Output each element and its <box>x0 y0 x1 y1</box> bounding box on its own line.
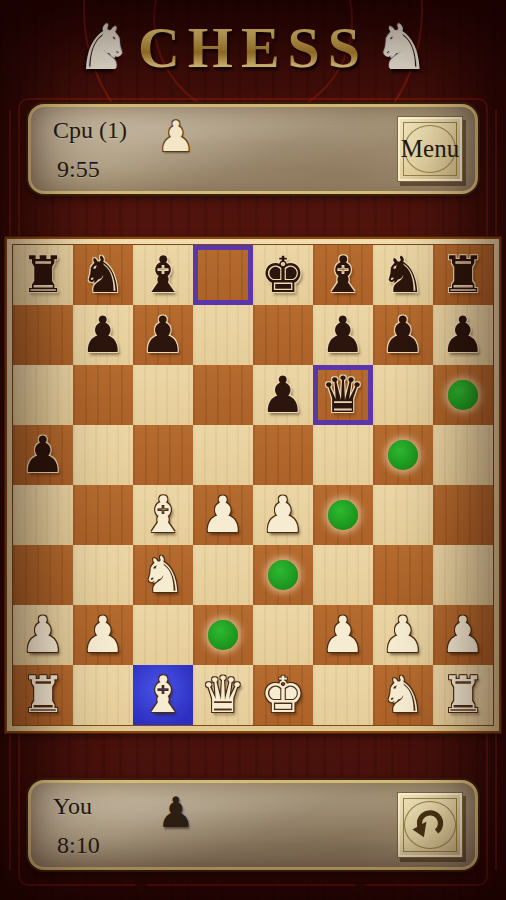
menu-button-label: Menu <box>401 135 459 163</box>
square-a5[interactable]: ♟ <box>13 425 73 485</box>
square-b6[interactable] <box>73 365 133 425</box>
square-g5[interactable] <box>373 425 433 485</box>
legal-move-dot[interactable] <box>208 620 238 650</box>
piece-black-pawn: ♟ <box>21 426 66 484</box>
square-c5[interactable] <box>133 425 193 485</box>
square-d3[interactable] <box>193 545 253 605</box>
square-f6[interactable]: ♛ <box>313 365 373 425</box>
piece-black-pawn: ♟ <box>381 306 426 364</box>
square-c8[interactable]: ♝ <box>133 245 193 305</box>
app-header: ♞ CHESS ♞ <box>0 0 506 96</box>
piece-white-pawn: ♟ <box>441 606 486 664</box>
square-d8[interactable] <box>193 245 253 305</box>
square-f8[interactable]: ♝ <box>313 245 373 305</box>
square-h7[interactable]: ♟ <box>433 305 493 365</box>
square-h2[interactable]: ♟ <box>433 605 493 665</box>
piece-black-queen: ♛ <box>321 366 366 424</box>
square-b3[interactable] <box>73 545 133 605</box>
square-e6[interactable]: ♟ <box>253 365 313 425</box>
piece-white-pawn: ♟ <box>381 606 426 664</box>
app-screen: ♞ CHESS ♞ Cpu (1) ♟ 9:55 Menu ♜♞♝♚♝♞♜♟♟♟… <box>0 0 506 900</box>
square-d7[interactable] <box>193 305 253 365</box>
piece-white-pawn: ♟ <box>261 486 306 544</box>
square-c7[interactable]: ♟ <box>133 305 193 365</box>
square-e7[interactable] <box>253 305 313 365</box>
square-c6[interactable] <box>133 365 193 425</box>
square-d2[interactable] <box>193 605 253 665</box>
legal-move-dot[interactable] <box>328 500 358 530</box>
piece-white-bishop: ♝ <box>141 486 186 544</box>
pawn-icon: ♟ <box>157 109 195 165</box>
square-h6[interactable] <box>433 365 493 425</box>
piece-white-pawn: ♟ <box>21 606 66 664</box>
piece-black-bishop: ♝ <box>141 246 186 304</box>
square-a8[interactable]: ♜ <box>13 245 73 305</box>
legal-move-dot[interactable] <box>448 380 478 410</box>
square-b5[interactable] <box>73 425 133 485</box>
square-d4[interactable]: ♟ <box>193 485 253 545</box>
menu-button[interactable]: Menu <box>397 116 463 182</box>
player-name: You <box>53 793 92 820</box>
square-a4[interactable] <box>13 485 73 545</box>
square-h8[interactable]: ♜ <box>433 245 493 305</box>
square-e1[interactable]: ♚ <box>253 665 313 725</box>
chess-board: ♜♞♝♚♝♞♜♟♟♟♟♟♟♛♟♝♟♟♞♟♟♟♟♟♜♝♛♚♞♜ <box>13 245 493 725</box>
square-a6[interactable] <box>13 365 73 425</box>
opponent-panel: Cpu (1) ♟ 9:55 Menu <box>28 104 478 194</box>
piece-black-knight: ♞ <box>81 246 126 304</box>
square-c1[interactable]: ♝ <box>133 665 193 725</box>
app-title: CHESS <box>138 3 368 93</box>
square-f2[interactable]: ♟ <box>313 605 373 665</box>
piece-white-pawn: ♟ <box>321 606 366 664</box>
opponent-clock: 9:55 <box>57 156 100 183</box>
square-g6[interactable] <box>373 365 433 425</box>
piece-white-rook: ♜ <box>441 666 486 724</box>
undo-arrow-icon <box>409 804 451 846</box>
piece-white-rook: ♜ <box>21 666 66 724</box>
legal-move-dot[interactable] <box>268 560 298 590</box>
piece-white-knight: ♞ <box>141 546 186 604</box>
square-e8[interactable]: ♚ <box>253 245 313 305</box>
square-a2[interactable]: ♟ <box>13 605 73 665</box>
knight-head-icon: ♞ <box>374 6 430 90</box>
square-b7[interactable]: ♟ <box>73 305 133 365</box>
chess-board-frame: ♜♞♝♚♝♞♜♟♟♟♟♟♟♛♟♝♟♟♞♟♟♟♟♟♜♝♛♚♞♜ <box>5 237 501 733</box>
player-panel: You ♟ 8:10 <box>28 780 478 870</box>
square-a3[interactable] <box>13 545 73 605</box>
square-a1[interactable]: ♜ <box>13 665 73 725</box>
square-a7[interactable] <box>13 305 73 365</box>
piece-white-queen: ♛ <box>201 666 246 724</box>
square-e4[interactable]: ♟ <box>253 485 313 545</box>
square-h5[interactable] <box>433 425 493 485</box>
square-f4[interactable] <box>313 485 373 545</box>
square-h1[interactable]: ♜ <box>433 665 493 725</box>
opponent-name: Cpu (1) <box>53 117 127 144</box>
pawn-icon: ♟ <box>157 785 195 841</box>
square-f3[interactable] <box>313 545 373 605</box>
square-f5[interactable] <box>313 425 373 485</box>
square-c2[interactable] <box>133 605 193 665</box>
piece-black-bishop: ♝ <box>321 246 366 304</box>
square-g2[interactable]: ♟ <box>373 605 433 665</box>
undo-button[interactable] <box>397 792 463 858</box>
square-g4[interactable] <box>373 485 433 545</box>
square-e2[interactable] <box>253 605 313 665</box>
square-d1[interactable]: ♛ <box>193 665 253 725</box>
square-e5[interactable] <box>253 425 313 485</box>
square-d6[interactable] <box>193 365 253 425</box>
square-f7[interactable]: ♟ <box>313 305 373 365</box>
square-e3[interactable] <box>253 545 313 605</box>
square-b2[interactable]: ♟ <box>73 605 133 665</box>
square-g8[interactable]: ♞ <box>373 245 433 305</box>
piece-white-pawn: ♟ <box>201 486 246 544</box>
piece-black-pawn: ♟ <box>321 306 366 364</box>
piece-black-rook: ♜ <box>441 246 486 304</box>
piece-white-pawn: ♟ <box>81 606 126 664</box>
square-c4[interactable]: ♝ <box>133 485 193 545</box>
square-c3[interactable]: ♞ <box>133 545 193 605</box>
square-g1[interactable]: ♞ <box>373 665 433 725</box>
legal-move-dot[interactable] <box>388 440 418 470</box>
piece-black-pawn: ♟ <box>141 306 186 364</box>
square-h4[interactable] <box>433 485 493 545</box>
piece-black-king: ♚ <box>261 246 306 304</box>
piece-white-knight: ♞ <box>381 666 426 724</box>
square-b8[interactable]: ♞ <box>73 245 133 305</box>
piece-black-pawn: ♟ <box>81 306 126 364</box>
square-f1[interactable] <box>313 665 373 725</box>
square-g7[interactable]: ♟ <box>373 305 433 365</box>
square-b1[interactable] <box>73 665 133 725</box>
piece-black-pawn: ♟ <box>441 306 486 364</box>
square-d5[interactable] <box>193 425 253 485</box>
square-g3[interactable] <box>373 545 433 605</box>
player-clock: 8:10 <box>57 832 100 859</box>
piece-white-bishop: ♝ <box>141 666 186 724</box>
knight-head-icon: ♞ <box>76 6 132 90</box>
piece-black-pawn: ♟ <box>261 366 306 424</box>
piece-white-king: ♚ <box>261 666 306 724</box>
square-h3[interactable] <box>433 545 493 605</box>
piece-black-rook: ♜ <box>21 246 66 304</box>
piece-black-knight: ♞ <box>381 246 426 304</box>
square-b4[interactable] <box>73 485 133 545</box>
